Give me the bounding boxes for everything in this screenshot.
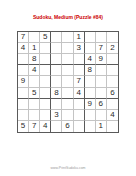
sudoku-cell: 4: [85, 54, 96, 65]
sudoku-cell: 9: [85, 99, 96, 110]
sudoku-cell[interactable]: [85, 43, 96, 54]
sudoku-cell[interactable]: [74, 110, 85, 121]
sudoku-cell: 8: [51, 88, 62, 99]
sudoku-cell[interactable]: [62, 65, 73, 76]
sudoku-cell: 3: [74, 43, 85, 54]
sudoku-cell[interactable]: [85, 88, 96, 99]
sudoku-cell[interactable]: [107, 121, 118, 132]
sudoku-cell[interactable]: [29, 76, 40, 87]
sudoku-cell[interactable]: [40, 65, 51, 76]
sudoku-cell[interactable]: [29, 32, 40, 43]
sudoku-cell[interactable]: [85, 110, 96, 121]
sudoku-cell[interactable]: [62, 76, 73, 87]
sudoku-cell[interactable]: [18, 88, 29, 99]
sudoku-cell: 4: [74, 88, 85, 99]
sudoku-cell: 1: [96, 121, 107, 132]
sudoku-page: Sudoku, Medium (Puzzle #84) 751413728494…: [0, 0, 136, 176]
sudoku-cell[interactable]: [51, 65, 62, 76]
sudoku-cell[interactable]: [40, 99, 51, 110]
sudoku-cell[interactable]: [29, 99, 40, 110]
sudoku-cell[interactable]: [51, 54, 62, 65]
sudoku-cell[interactable]: [40, 88, 51, 99]
sudoku-cell: 2: [107, 43, 118, 54]
sudoku-cell[interactable]: [18, 65, 29, 76]
sudoku-cell[interactable]: [51, 43, 62, 54]
sudoku-cell: 5: [18, 121, 29, 132]
sudoku-cell[interactable]: [85, 32, 96, 43]
sudoku-cell[interactable]: [18, 99, 29, 110]
sudoku-cell[interactable]: [18, 110, 29, 121]
sudoku-cell: 7: [96, 43, 107, 54]
sudoku-cell: 9: [18, 76, 29, 87]
sudoku-cell: 8: [29, 54, 40, 65]
sudoku-cell[interactable]: [96, 65, 107, 76]
sudoku-cell: 4: [29, 65, 40, 76]
sudoku-cell[interactable]: [85, 121, 96, 132]
sudoku-cell: 9: [96, 54, 107, 65]
sudoku-cell[interactable]: [74, 121, 85, 132]
sudoku-cell: 3: [51, 110, 62, 121]
sudoku-cell[interactable]: [62, 110, 73, 121]
sudoku-cell[interactable]: [40, 43, 51, 54]
sudoku-cell[interactable]: [96, 32, 107, 43]
sudoku-cell: 4: [18, 43, 29, 54]
sudoku-cell[interactable]: [74, 99, 85, 110]
sudoku-cell[interactable]: [51, 76, 62, 87]
sudoku-cell[interactable]: [74, 54, 85, 65]
sudoku-cell[interactable]: [96, 76, 107, 87]
sudoku-cell[interactable]: [51, 32, 62, 43]
sudoku-cell[interactable]: [62, 88, 73, 99]
footer-url: www.PrintSudoku.com: [0, 166, 136, 170]
sudoku-cell[interactable]: [96, 88, 107, 99]
sudoku-cell: 1: [74, 32, 85, 43]
sudoku-cell: 7: [74, 76, 85, 87]
sudoku-cell: 6: [62, 121, 73, 132]
sudoku-cell[interactable]: [51, 99, 62, 110]
sudoku-cell[interactable]: [107, 65, 118, 76]
sudoku-cell: 1: [29, 43, 40, 54]
sudoku-cell: 8: [85, 65, 96, 76]
sudoku-cell[interactable]: [62, 43, 73, 54]
sudoku-cell[interactable]: [40, 76, 51, 87]
sudoku-board: 7514137284948975846963457461: [17, 31, 119, 133]
sudoku-cell[interactable]: [107, 32, 118, 43]
sudoku-cell[interactable]: [62, 99, 73, 110]
sudoku-cell[interactable]: [85, 76, 96, 87]
sudoku-cell: 4: [40, 121, 51, 132]
sudoku-cell[interactable]: [107, 54, 118, 65]
sudoku-cell[interactable]: [96, 110, 107, 121]
sudoku-cell: 5: [40, 32, 51, 43]
sudoku-cell[interactable]: [40, 110, 51, 121]
sudoku-cell[interactable]: [62, 32, 73, 43]
sudoku-cell: 4: [107, 110, 118, 121]
sudoku-cell[interactable]: [107, 99, 118, 110]
sudoku-cell: 7: [18, 32, 29, 43]
sudoku-cell[interactable]: [18, 54, 29, 65]
sudoku-cell: 7: [29, 121, 40, 132]
sudoku-cell[interactable]: [107, 76, 118, 87]
sudoku-cell: 6: [107, 88, 118, 99]
sudoku-cell[interactable]: [74, 65, 85, 76]
sudoku-cell[interactable]: [51, 121, 62, 132]
page-title: Sudoku, Medium (Puzzle #84): [0, 14, 136, 20]
sudoku-cell: 6: [96, 99, 107, 110]
sudoku-cell[interactable]: [29, 110, 40, 121]
sudoku-cell[interactable]: [40, 54, 51, 65]
sudoku-cell[interactable]: [62, 54, 73, 65]
sudoku-cell: 5: [29, 88, 40, 99]
